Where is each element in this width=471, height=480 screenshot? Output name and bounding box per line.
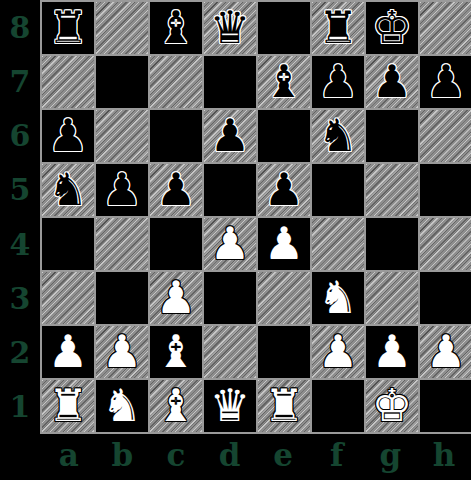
piece-white-pawn[interactable]: ♟ — [318, 329, 358, 374]
piece-black-pawn[interactable]: ♟ — [102, 167, 142, 212]
square-d4[interactable]: ♟ — [204, 218, 256, 270]
square-b6[interactable] — [96, 110, 148, 162]
square-g7[interactable]: ♟ — [366, 56, 418, 108]
square-a7[interactable] — [42, 56, 94, 108]
square-g6[interactable] — [366, 110, 418, 162]
piece-white-king[interactable]: ♚ — [372, 383, 412, 428]
square-d1[interactable]: ♛ — [204, 380, 256, 432]
piece-black-queen[interactable]: ♛ — [210, 5, 250, 50]
piece-white-pawn[interactable]: ♟ — [48, 329, 88, 374]
rank-labels: 87654321 — [0, 0, 40, 434]
square-h6[interactable] — [420, 110, 471, 162]
square-b3[interactable] — [96, 272, 148, 324]
square-g5[interactable] — [366, 164, 418, 216]
square-h8[interactable] — [420, 2, 471, 54]
rank-label-1: 1 — [0, 380, 40, 434]
piece-white-knight[interactable]: ♞ — [102, 383, 142, 428]
square-a6[interactable]: ♟ — [42, 110, 94, 162]
file-label-d: d — [203, 434, 257, 480]
rank-label-4: 4 — [0, 217, 40, 271]
piece-black-rook[interactable]: ♜ — [318, 5, 358, 50]
square-a8[interactable]: ♜ — [42, 2, 94, 54]
square-e8[interactable] — [258, 2, 310, 54]
rank-label-3: 3 — [0, 271, 40, 325]
square-h3[interactable] — [420, 272, 471, 324]
square-h1[interactable] — [420, 380, 471, 432]
piece-black-pawn[interactable]: ♟ — [156, 167, 196, 212]
chess-diagram: 87654321 ♜♝♛♜♚♝♟♟♟♟♟♞♞♟♟♟♟♟♟♞♟♟♝♟♟♟♜♞♝♛♜… — [0, 0, 471, 480]
piece-white-pawn[interactable]: ♟ — [210, 221, 250, 266]
square-g4[interactable] — [366, 218, 418, 270]
square-e4[interactable]: ♟ — [258, 218, 310, 270]
square-d8[interactable]: ♛ — [204, 2, 256, 54]
piece-black-pawn[interactable]: ♟ — [426, 59, 466, 104]
square-a3[interactable] — [42, 272, 94, 324]
file-label-g: g — [364, 434, 418, 480]
piece-white-bishop[interactable]: ♝ — [156, 383, 196, 428]
square-c8[interactable]: ♝ — [150, 2, 202, 54]
square-f3[interactable]: ♞ — [312, 272, 364, 324]
square-d2[interactable] — [204, 326, 256, 378]
square-c5[interactable]: ♟ — [150, 164, 202, 216]
square-c7[interactable] — [150, 56, 202, 108]
square-b1[interactable]: ♞ — [96, 380, 148, 432]
piece-white-knight[interactable]: ♞ — [318, 275, 358, 320]
square-f7[interactable]: ♟ — [312, 56, 364, 108]
square-f4[interactable] — [312, 218, 364, 270]
piece-white-queen[interactable]: ♛ — [210, 383, 250, 428]
chess-board[interactable]: ♜♝♛♜♚♝♟♟♟♟♟♞♞♟♟♟♟♟♟♞♟♟♝♟♟♟♜♞♝♛♜♚ — [40, 0, 471, 434]
piece-black-rook[interactable]: ♜ — [48, 5, 88, 50]
square-f1[interactable] — [312, 380, 364, 432]
square-b4[interactable] — [96, 218, 148, 270]
file-label-h: h — [417, 434, 471, 480]
piece-black-bishop[interactable]: ♝ — [264, 59, 304, 104]
rank-label-7: 7 — [0, 54, 40, 108]
square-c4[interactable] — [150, 218, 202, 270]
piece-black-bishop[interactable]: ♝ — [156, 5, 196, 50]
piece-white-rook[interactable]: ♜ — [264, 383, 304, 428]
rank-label-5: 5 — [0, 163, 40, 217]
piece-black-pawn[interactable]: ♟ — [264, 167, 304, 212]
square-b8[interactable] — [96, 2, 148, 54]
piece-white-bishop[interactable]: ♝ — [156, 329, 196, 374]
square-c2[interactable]: ♝ — [150, 326, 202, 378]
piece-black-knight[interactable]: ♞ — [48, 167, 88, 212]
square-e7[interactable]: ♝ — [258, 56, 310, 108]
square-h7[interactable]: ♟ — [420, 56, 471, 108]
rank-label-6: 6 — [0, 109, 40, 163]
square-c3[interactable]: ♟ — [150, 272, 202, 324]
file-labels: abcdefgh — [42, 434, 471, 480]
piece-white-pawn[interactable]: ♟ — [372, 329, 412, 374]
piece-white-rook[interactable]: ♜ — [48, 383, 88, 428]
square-e2[interactable] — [258, 326, 310, 378]
square-h5[interactable] — [420, 164, 471, 216]
file-label-a: a — [42, 434, 96, 480]
piece-black-pawn[interactable]: ♟ — [48, 113, 88, 158]
piece-white-pawn[interactable]: ♟ — [264, 221, 304, 266]
square-f5[interactable] — [312, 164, 364, 216]
square-e1[interactable]: ♜ — [258, 380, 310, 432]
piece-black-pawn[interactable]: ♟ — [372, 59, 412, 104]
square-a1[interactable]: ♜ — [42, 380, 94, 432]
piece-white-pawn[interactable]: ♟ — [102, 329, 142, 374]
file-label-f: f — [310, 434, 364, 480]
square-d6[interactable]: ♟ — [204, 110, 256, 162]
square-e3[interactable] — [258, 272, 310, 324]
square-d5[interactable] — [204, 164, 256, 216]
piece-black-pawn[interactable]: ♟ — [210, 113, 250, 158]
square-f8[interactable]: ♜ — [312, 2, 364, 54]
square-f6[interactable]: ♞ — [312, 110, 364, 162]
square-g3[interactable] — [366, 272, 418, 324]
square-h4[interactable] — [420, 218, 471, 270]
square-f2[interactable]: ♟ — [312, 326, 364, 378]
square-d7[interactable] — [204, 56, 256, 108]
square-b5[interactable]: ♟ — [96, 164, 148, 216]
rank-label-2: 2 — [0, 326, 40, 380]
square-h2[interactable]: ♟ — [420, 326, 471, 378]
file-label-b: b — [96, 434, 150, 480]
square-d3[interactable] — [204, 272, 256, 324]
square-g2[interactable]: ♟ — [366, 326, 418, 378]
square-e6[interactable] — [258, 110, 310, 162]
square-b2[interactable]: ♟ — [96, 326, 148, 378]
file-label-e: e — [256, 434, 310, 480]
file-label-c: c — [149, 434, 203, 480]
square-g1[interactable]: ♚ — [366, 380, 418, 432]
piece-white-pawn[interactable]: ♟ — [426, 329, 466, 374]
square-a4[interactable] — [42, 218, 94, 270]
piece-black-knight[interactable]: ♞ — [318, 113, 358, 158]
piece-black-pawn[interactable]: ♟ — [318, 59, 358, 104]
square-b7[interactable] — [96, 56, 148, 108]
piece-white-pawn[interactable]: ♟ — [156, 275, 196, 320]
square-e5[interactable]: ♟ — [258, 164, 310, 216]
square-g8[interactable]: ♚ — [366, 2, 418, 54]
square-c1[interactable]: ♝ — [150, 380, 202, 432]
piece-black-king[interactable]: ♚ — [372, 5, 412, 50]
square-a5[interactable]: ♞ — [42, 164, 94, 216]
rank-label-8: 8 — [0, 0, 40, 54]
square-a2[interactable]: ♟ — [42, 326, 94, 378]
square-c6[interactable] — [150, 110, 202, 162]
